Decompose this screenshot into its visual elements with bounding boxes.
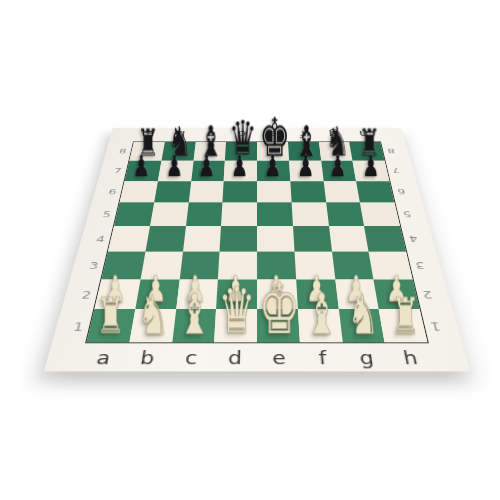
square-b4 [145,226,185,251]
square-e3 [257,251,296,279]
piece-white-pawn-d2: ♟ [225,271,246,307]
square-b5 [150,203,189,226]
square-e7: ♟ [257,161,290,181]
square-c7: ♟ [191,161,225,181]
square-g4 [329,226,369,251]
square-c3 [179,251,220,279]
square-h6 [356,181,394,203]
square-f4 [293,226,332,251]
square-b3 [140,251,182,279]
square-g2: ♟ [335,279,379,309]
file-label-top-f: f [287,128,319,142]
file-label-top-c: c [195,128,227,142]
rank-label-right-5: 5 [395,202,429,226]
square-f3 [294,251,335,279]
rank-label-right-8: 8 [381,141,410,160]
square-h3 [369,251,413,279]
square-d8: ♛ [225,142,257,161]
square-d5 [221,203,257,226]
rank-label-right-6: 6 [390,181,422,203]
square-c6 [188,181,224,203]
file-label-bottom-a: a [78,343,128,371]
square-d1: ♛ [214,309,257,342]
file-label-bottom-e: e [257,343,302,371]
square-h4 [364,226,406,251]
file-labels-top: abcdefgh [133,128,381,142]
square-d4 [220,226,257,251]
rank-label-left-2: 2 [61,279,100,309]
square-f5 [291,203,328,226]
rank-label-right-2: 2 [414,279,453,309]
square-g6 [323,181,360,203]
square-a1: ♜ [87,309,135,342]
square-e4 [257,226,294,251]
chess-set-product-photo: abcdefgh abcdefgh 87654321 87654321 ♜♞♝♛… [0,0,500,500]
piece-white-pawn-c2: ♟ [185,271,206,307]
square-a3 [101,251,145,279]
square-a6 [120,181,158,203]
square-a8: ♜ [129,142,164,161]
square-f2: ♟ [296,279,338,309]
file-label-bottom-b: b [123,343,171,371]
square-b2: ♟ [135,279,179,309]
file-label-top-b: b [164,128,197,142]
square-h7: ♟ [353,161,390,181]
square-f6 [290,181,326,203]
square-e8: ♚ [257,142,289,161]
square-c5 [186,203,223,226]
piece-white-pawn-g2: ♟ [346,271,367,307]
square-e1: ♚ [257,309,300,342]
file-label-top-a: a [133,128,166,142]
square-c1: ♝ [172,309,217,342]
square-d6 [223,181,257,203]
rank-label-right-7: 7 [385,160,416,180]
square-e5 [257,203,293,226]
square-e6 [257,181,291,203]
square-c2: ♟ [176,279,218,309]
piece-white-pawn-b2: ♟ [145,271,166,307]
square-d3 [218,251,257,279]
square-g3 [331,251,373,279]
square-b7: ♟ [158,161,193,181]
square-a7: ♟ [125,161,162,181]
square-a4 [108,226,150,251]
rank-label-left-6: 6 [92,181,124,203]
file-label-top-h: h [347,128,380,142]
file-labels-bottom: abcdefgh [78,343,435,371]
square-g7: ♟ [321,161,356,181]
square-h2: ♟ [374,279,420,309]
square-f7: ♟ [289,161,323,181]
file-label-bottom-g: g [343,343,391,371]
square-h8: ♜ [349,142,384,161]
roll-up-chess-mat: abcdefgh abcdefgh 87654321 87654321 ♜♞♝♛… [44,128,471,372]
file-label-top-d: d [226,128,257,142]
square-d7: ♟ [224,161,257,181]
chess-board: ♜♞♝♛♚♝♞♜♟♟♟♟♟♟♟♟♟♟♟♟♟♟♟♟♜♞♝♛♚♝♞♜ [85,141,429,343]
piece-white-pawn-h2: ♟ [386,271,407,307]
piece-white-pawn-f2: ♟ [306,271,327,307]
file-label-bottom-h: h [386,343,436,371]
square-g1: ♞ [338,309,385,342]
square-f1: ♝ [298,309,343,342]
file-label-top-g: g [317,128,350,142]
square-g8: ♞ [319,142,353,161]
square-c8: ♝ [193,142,226,161]
piece-white-pawn-e2: ♟ [265,271,286,307]
file-label-bottom-c: c [168,343,214,371]
piece-white-pawn-a2: ♟ [104,271,125,307]
square-a5 [114,203,154,226]
square-c4 [183,226,222,251]
square-b1: ♞ [129,309,176,342]
square-a2: ♟ [94,279,140,309]
square-b6 [154,181,191,203]
square-h5 [360,203,400,226]
square-d2: ♟ [216,279,257,309]
square-b8: ♞ [161,142,195,161]
file-label-top-e: e [257,128,288,142]
square-f8: ♝ [288,142,321,161]
square-e2: ♟ [257,279,298,309]
file-label-bottom-f: f [300,343,346,371]
square-h1: ♜ [379,309,427,342]
file-label-bottom-d: d [212,343,257,371]
square-g5 [326,203,365,226]
